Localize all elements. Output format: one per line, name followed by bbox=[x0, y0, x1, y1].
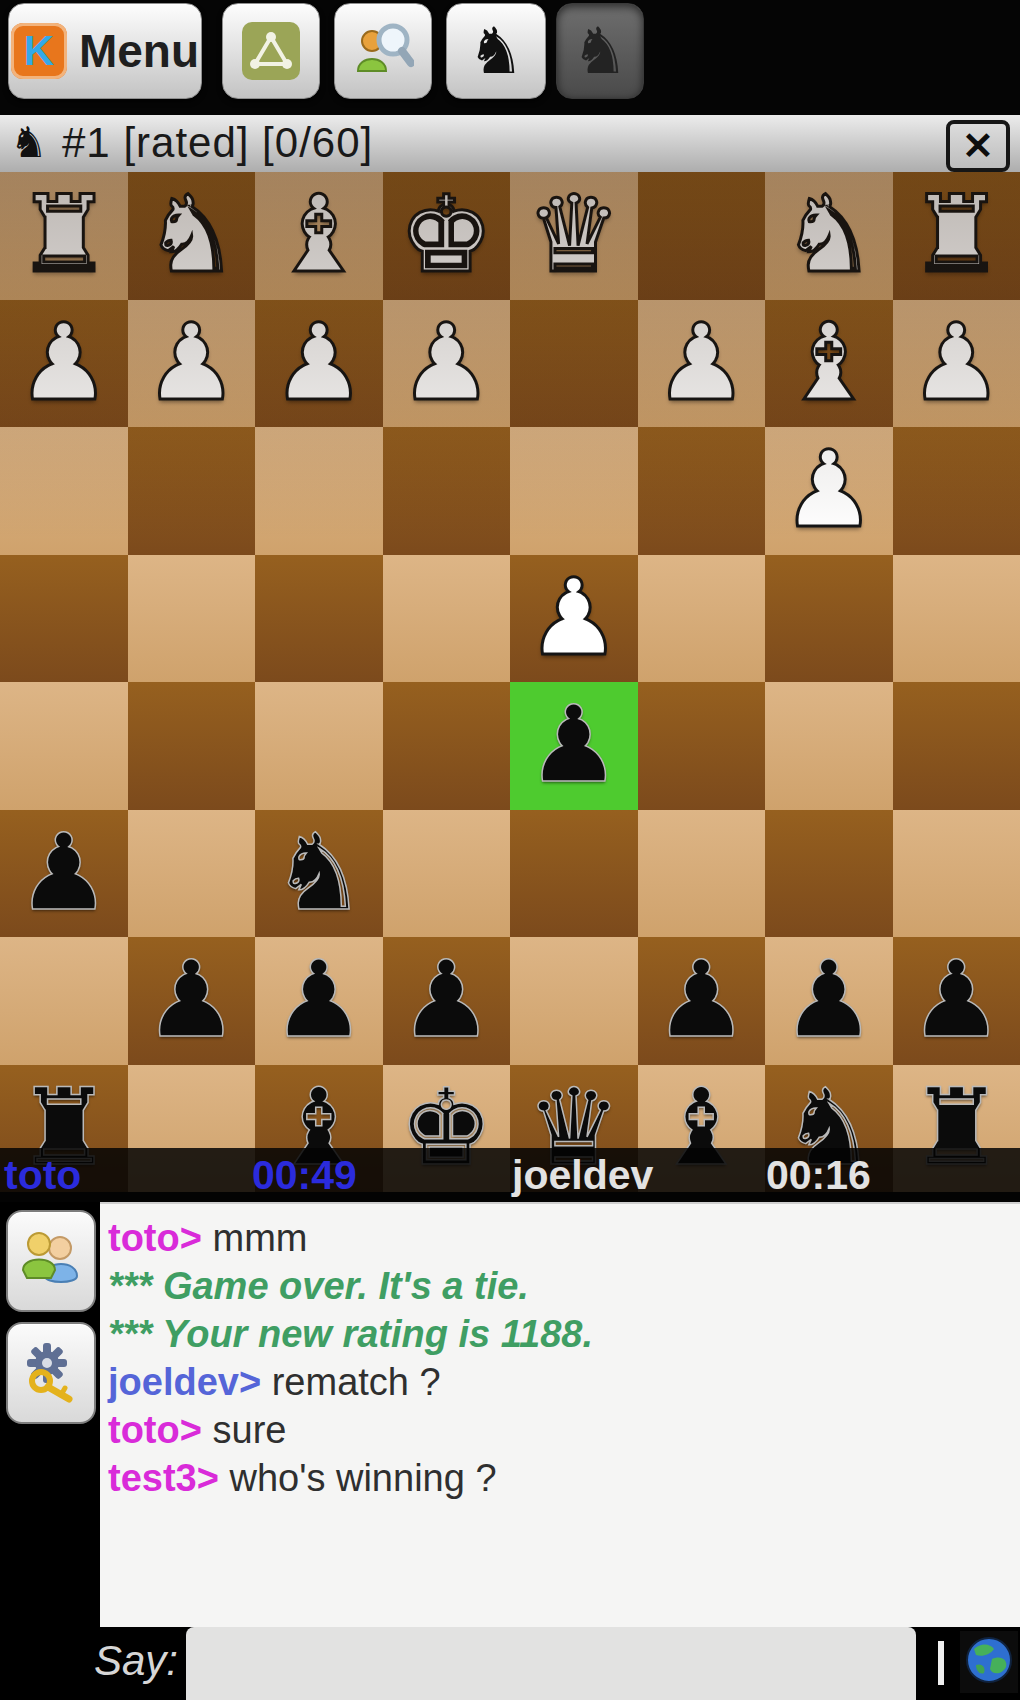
find-player-button[interactable] bbox=[334, 3, 432, 99]
board-square[interactable] bbox=[638, 810, 766, 938]
board-square[interactable] bbox=[765, 682, 893, 810]
board-square[interactable] bbox=[638, 682, 766, 810]
active-game-button[interactable]: ♞ bbox=[556, 3, 644, 99]
board-square[interactable] bbox=[0, 555, 128, 683]
game-titlebar: ♞ #1 [rated] [0/60] ✕ bbox=[0, 115, 1020, 174]
game-title: #1 [rated] [0/60] bbox=[62, 119, 373, 167]
say-bar: Say: bbox=[0, 1627, 1020, 1700]
chat-text: who's winning ? bbox=[219, 1457, 497, 1499]
game-board-button[interactable]: ♞ bbox=[446, 3, 546, 99]
board-square[interactable] bbox=[893, 682, 1020, 810]
chess-piece-bN: ♞ bbox=[255, 810, 383, 936]
board-square[interactable] bbox=[510, 937, 638, 1065]
find-player-icon bbox=[352, 19, 414, 83]
board-square[interactable] bbox=[255, 682, 383, 810]
chess-piece-bP: ♟ bbox=[765, 937, 893, 1063]
board-square[interactable]: ♜ bbox=[0, 172, 128, 300]
board-square[interactable]: ♟ bbox=[893, 937, 1020, 1065]
board-square[interactable] bbox=[638, 427, 766, 555]
chat-speaker: test3> bbox=[108, 1457, 219, 1499]
board-square[interactable]: ♟ bbox=[383, 300, 511, 428]
chess-piece-wP: ♟ bbox=[0, 300, 128, 426]
chess-piece-wB: ♝ bbox=[255, 172, 383, 298]
board-square[interactable] bbox=[510, 427, 638, 555]
chess-piece-wP: ♟ bbox=[383, 300, 511, 426]
board-square[interactable]: ♞ bbox=[128, 172, 256, 300]
board-square[interactable] bbox=[638, 555, 766, 683]
player-clock-bar: toto 00:49 joeldev 00:16 bbox=[0, 1148, 1020, 1202]
board-square[interactable]: ♟ bbox=[0, 300, 128, 428]
players-list-button[interactable] bbox=[6, 1210, 96, 1312]
board-square[interactable]: ♟ bbox=[255, 937, 383, 1065]
seek-graph-icon bbox=[242, 22, 300, 80]
chat-message: toto> sure bbox=[108, 1406, 1012, 1454]
board-square[interactable] bbox=[255, 427, 383, 555]
chess-piece-wN: ♞ bbox=[765, 172, 893, 298]
chess-piece-wP: ♟ bbox=[128, 300, 256, 426]
chess-piece-wP: ♟ bbox=[893, 300, 1020, 426]
board-square[interactable]: ♟ bbox=[0, 810, 128, 938]
board-square[interactable]: ♝ bbox=[765, 300, 893, 428]
knight-icon: ♞ bbox=[10, 117, 48, 169]
chess-piece-bP: ♟ bbox=[128, 937, 256, 1063]
board-square[interactable]: ♛ bbox=[510, 172, 638, 300]
board-square[interactable] bbox=[383, 427, 511, 555]
chess-piece-wR: ♜ bbox=[893, 172, 1020, 298]
chess-piece-bP: ♟ bbox=[510, 682, 638, 808]
board-square[interactable] bbox=[638, 172, 766, 300]
board-square[interactable]: ♟ bbox=[510, 682, 638, 810]
black-clock: 00:16 bbox=[766, 1152, 871, 1199]
board-square[interactable]: ♟ bbox=[638, 937, 766, 1065]
chess-piece-wK: ♚ bbox=[383, 172, 511, 298]
chat-system-message: *** Game over. It's a tie. bbox=[108, 1262, 1012, 1310]
chat-text: rematch ? bbox=[261, 1361, 441, 1403]
chess-piece-wP: ♟ bbox=[510, 555, 638, 681]
chat-message: test3> who's winning ? bbox=[108, 1454, 1012, 1502]
globe-icon bbox=[964, 1635, 1014, 1689]
board-square[interactable]: ♞ bbox=[255, 810, 383, 938]
app-toolbar: K Menu bbox=[0, 0, 1020, 115]
say-input[interactable] bbox=[186, 1627, 916, 1700]
chat-area: toto> mmm*** Game over. It's a tie.*** Y… bbox=[0, 1202, 1020, 1627]
chess-piece-wN: ♞ bbox=[128, 172, 256, 298]
board-square[interactable]: ♜ bbox=[893, 172, 1020, 300]
chat-speaker: joeldev> bbox=[108, 1361, 261, 1403]
chess-piece-wP: ♟ bbox=[765, 427, 893, 553]
board-square[interactable]: ♟ bbox=[128, 937, 256, 1065]
board-square[interactable] bbox=[0, 682, 128, 810]
board-square[interactable] bbox=[383, 810, 511, 938]
menu-label: Menu bbox=[79, 24, 199, 78]
board-square[interactable] bbox=[128, 810, 256, 938]
board-square[interactable]: ♚ bbox=[383, 172, 511, 300]
board-square[interactable]: ♟ bbox=[765, 937, 893, 1065]
board-square[interactable] bbox=[0, 427, 128, 555]
board-square[interactable]: ♟ bbox=[510, 555, 638, 683]
board-square[interactable] bbox=[893, 810, 1020, 938]
chat-system-message: *** Your new rating is 1188. bbox=[108, 1310, 1012, 1358]
chess-piece-wB: ♝ bbox=[765, 300, 893, 426]
player-name-white: toto bbox=[4, 1152, 81, 1199]
chess-board: ♜♞♝♚♛♞♜♟♟♟♟♟♝♟♟♟♟♟♞♟♟♟♟♟♟♜♝♚♛♝♞♜ bbox=[0, 172, 1020, 1192]
chess-piece-wQ: ♛ bbox=[510, 172, 638, 298]
chat-message: joeldev> rematch ? bbox=[108, 1358, 1012, 1406]
player-name-black: joeldev bbox=[512, 1152, 653, 1199]
menu-button[interactable]: K Menu bbox=[8, 3, 202, 99]
chat-text: sure bbox=[202, 1409, 286, 1451]
chat-message: toto> mmm bbox=[108, 1214, 1012, 1262]
settings-button[interactable] bbox=[6, 1322, 96, 1424]
chess-piece-wP: ♟ bbox=[638, 300, 766, 426]
chat-speaker: toto> bbox=[108, 1217, 202, 1259]
board-square[interactable] bbox=[510, 300, 638, 428]
white-clock: 00:49 bbox=[252, 1152, 357, 1199]
board-square[interactable] bbox=[128, 682, 256, 810]
app-window: K Menu bbox=[0, 0, 1020, 1700]
say-label: Say: bbox=[94, 1637, 178, 1685]
board-square[interactable]: ♟ bbox=[893, 300, 1020, 428]
app-logo-icon: K bbox=[11, 23, 67, 79]
board-square[interactable] bbox=[510, 810, 638, 938]
chess-piece-bP: ♟ bbox=[893, 937, 1020, 1063]
board-square[interactable] bbox=[383, 682, 511, 810]
board-square[interactable] bbox=[128, 555, 256, 683]
text-cursor bbox=[938, 1641, 944, 1685]
board-square[interactable] bbox=[0, 937, 128, 1065]
board-square[interactable]: ♟ bbox=[638, 300, 766, 428]
board-square[interactable] bbox=[383, 555, 511, 683]
black-knight-icon: ♞ bbox=[467, 19, 524, 83]
board-square[interactable]: ♟ bbox=[383, 937, 511, 1065]
chess-piece-wR: ♜ bbox=[0, 172, 128, 298]
close-icon[interactable]: ✕ bbox=[946, 120, 1010, 172]
chess-piece-bP: ♟ bbox=[0, 810, 128, 936]
chess-piece-bP: ♟ bbox=[255, 937, 383, 1063]
board-square[interactable] bbox=[893, 555, 1020, 683]
board-square[interactable]: ♟ bbox=[255, 300, 383, 428]
language-globe-button[interactable] bbox=[960, 1631, 1018, 1693]
board-square[interactable] bbox=[765, 810, 893, 938]
seek-graph-button[interactable] bbox=[222, 3, 320, 99]
board-square[interactable]: ♟ bbox=[128, 300, 256, 428]
chess-piece-bP: ♟ bbox=[638, 937, 766, 1063]
board-square[interactable]: ♝ bbox=[255, 172, 383, 300]
black-knight-icon: ♞ bbox=[571, 19, 628, 83]
board-square[interactable]: ♞ bbox=[765, 172, 893, 300]
board-square[interactable]: ♟ bbox=[765, 427, 893, 555]
chess-piece-bP: ♟ bbox=[383, 937, 511, 1063]
chess-piece-wP: ♟ bbox=[255, 300, 383, 426]
board-square[interactable] bbox=[128, 427, 256, 555]
chat-text: mmm bbox=[202, 1217, 308, 1259]
gear-key-icon bbox=[19, 1339, 83, 1407]
chat-speaker: toto> bbox=[108, 1409, 202, 1451]
board-square[interactable] bbox=[893, 427, 1020, 555]
chat-log[interactable]: toto> mmm*** Game over. It's a tie.*** Y… bbox=[100, 1202, 1020, 1627]
users-icon bbox=[19, 1228, 83, 1294]
board-square[interactable] bbox=[255, 555, 383, 683]
board-square[interactable] bbox=[765, 555, 893, 683]
